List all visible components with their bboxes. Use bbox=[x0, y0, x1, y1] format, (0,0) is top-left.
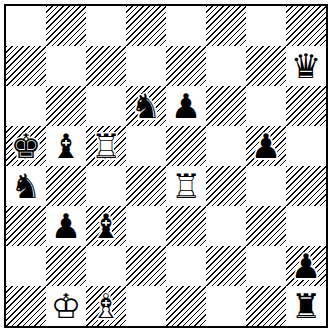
square-c1[interactable]: ♝♗ bbox=[86, 286, 126, 326]
square-a4[interactable]: ♞ bbox=[6, 166, 46, 206]
black-knight-icon: ♞ bbox=[126, 86, 166, 126]
black-bishop-c3: ♝ bbox=[86, 206, 126, 246]
square-e8[interactable] bbox=[166, 6, 206, 46]
black-bishop-icon: ♝ bbox=[86, 206, 126, 246]
square-b6[interactable] bbox=[46, 86, 86, 126]
square-c8[interactable] bbox=[86, 6, 126, 46]
square-h3[interactable] bbox=[286, 206, 326, 246]
square-d8[interactable] bbox=[126, 6, 166, 46]
square-e3[interactable] bbox=[166, 206, 206, 246]
square-a8[interactable] bbox=[6, 6, 46, 46]
square-a3[interactable] bbox=[6, 206, 46, 246]
square-e6[interactable]: ♟ bbox=[166, 86, 206, 126]
square-h8[interactable] bbox=[286, 6, 326, 46]
black-rook-icon: ♜ bbox=[286, 286, 326, 326]
black-knight-d6: ♞ bbox=[126, 86, 166, 126]
white-king-icon: ♔ bbox=[46, 286, 86, 326]
square-f3[interactable] bbox=[206, 206, 246, 246]
square-f1[interactable] bbox=[206, 286, 246, 326]
square-h1[interactable]: ♜ bbox=[286, 286, 326, 326]
square-h6[interactable] bbox=[286, 86, 326, 126]
chess-diagram: ♛♞♟♚♝♜♖♟♞♜♖♟♝♟♚♔♝♗♜ bbox=[0, 0, 332, 332]
square-h7[interactable]: ♛ bbox=[286, 46, 326, 86]
chess-board: ♛♞♟♚♝♜♖♟♞♜♖♟♝♟♚♔♝♗♜ bbox=[6, 6, 326, 326]
square-b8[interactable] bbox=[46, 6, 86, 46]
square-f6[interactable] bbox=[206, 86, 246, 126]
square-d4[interactable] bbox=[126, 166, 166, 206]
square-b5[interactable]: ♝ bbox=[46, 126, 86, 166]
black-knight-a4: ♞ bbox=[6, 166, 46, 206]
square-b4[interactable] bbox=[46, 166, 86, 206]
square-g3[interactable] bbox=[246, 206, 286, 246]
black-pawn-g5: ♟ bbox=[246, 126, 286, 166]
square-c5[interactable]: ♜♖ bbox=[86, 126, 126, 166]
square-e4[interactable]: ♜♖ bbox=[166, 166, 206, 206]
black-king-a5: ♚ bbox=[6, 126, 46, 166]
square-e1[interactable] bbox=[166, 286, 206, 326]
black-pawn-icon: ♟ bbox=[46, 206, 86, 246]
square-a7[interactable] bbox=[6, 46, 46, 86]
square-c2[interactable] bbox=[86, 246, 126, 286]
white-rook-icon: ♖ bbox=[86, 126, 126, 166]
black-queen-icon: ♛ bbox=[286, 46, 326, 86]
square-b1[interactable]: ♚♔ bbox=[46, 286, 86, 326]
square-g1[interactable] bbox=[246, 286, 286, 326]
white-king-b1: ♚♔ bbox=[46, 286, 86, 326]
square-d6[interactable]: ♞ bbox=[126, 86, 166, 126]
square-h2[interactable]: ♟ bbox=[286, 246, 326, 286]
square-a2[interactable] bbox=[6, 246, 46, 286]
square-d3[interactable] bbox=[126, 206, 166, 246]
square-e5[interactable] bbox=[166, 126, 206, 166]
square-g2[interactable] bbox=[246, 246, 286, 286]
black-rook-h1: ♜ bbox=[286, 286, 326, 326]
square-g7[interactable] bbox=[246, 46, 286, 86]
square-b7[interactable] bbox=[46, 46, 86, 86]
black-pawn-b3: ♟ bbox=[46, 206, 86, 246]
black-king-icon: ♚ bbox=[6, 126, 46, 166]
white-bishop-c1: ♝♗ bbox=[86, 286, 126, 326]
square-a1[interactable] bbox=[6, 286, 46, 326]
square-f4[interactable] bbox=[206, 166, 246, 206]
square-c4[interactable] bbox=[86, 166, 126, 206]
square-h5[interactable] bbox=[286, 126, 326, 166]
white-rook-e4: ♜♖ bbox=[166, 166, 206, 206]
black-pawn-e6: ♟ bbox=[166, 86, 206, 126]
square-g8[interactable] bbox=[246, 6, 286, 46]
black-bishop-icon: ♝ bbox=[46, 126, 86, 166]
black-bishop-b5: ♝ bbox=[46, 126, 86, 166]
square-g6[interactable] bbox=[246, 86, 286, 126]
square-c3[interactable]: ♝ bbox=[86, 206, 126, 246]
square-f2[interactable] bbox=[206, 246, 246, 286]
square-c7[interactable] bbox=[86, 46, 126, 86]
square-a6[interactable] bbox=[6, 86, 46, 126]
square-a5[interactable]: ♚ bbox=[6, 126, 46, 166]
square-e2[interactable] bbox=[166, 246, 206, 286]
black-pawn-icon: ♟ bbox=[246, 126, 286, 166]
square-h4[interactable] bbox=[286, 166, 326, 206]
square-g5[interactable]: ♟ bbox=[246, 126, 286, 166]
square-b2[interactable] bbox=[46, 246, 86, 286]
black-pawn-icon: ♟ bbox=[166, 86, 206, 126]
square-b3[interactable]: ♟ bbox=[46, 206, 86, 246]
white-rook-icon: ♖ bbox=[166, 166, 206, 206]
square-d7[interactable] bbox=[126, 46, 166, 86]
black-pawn-h2: ♟ bbox=[286, 246, 326, 286]
white-rook-c5: ♜♖ bbox=[86, 126, 126, 166]
square-d5[interactable] bbox=[126, 126, 166, 166]
black-queen-h7: ♛ bbox=[286, 46, 326, 86]
square-e7[interactable] bbox=[166, 46, 206, 86]
square-f7[interactable] bbox=[206, 46, 246, 86]
square-c6[interactable] bbox=[86, 86, 126, 126]
white-bishop-icon: ♗ bbox=[86, 286, 126, 326]
board-frame: ♛♞♟♚♝♜♖♟♞♜♖♟♝♟♚♔♝♗♜ bbox=[4, 4, 328, 328]
square-f5[interactable] bbox=[206, 126, 246, 166]
square-d1[interactable] bbox=[126, 286, 166, 326]
black-pawn-icon: ♟ bbox=[286, 246, 326, 286]
square-g4[interactable] bbox=[246, 166, 286, 206]
square-d2[interactable] bbox=[126, 246, 166, 286]
black-knight-icon: ♞ bbox=[6, 166, 46, 206]
square-f8[interactable] bbox=[206, 6, 246, 46]
